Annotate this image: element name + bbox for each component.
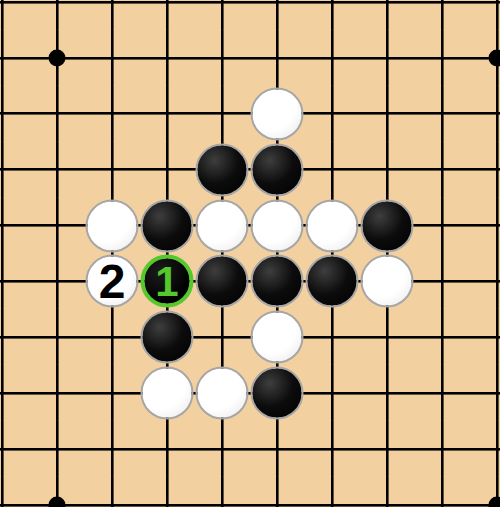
intersection-1-1[interactable]: [30, 30, 85, 86]
intersection-2-1[interactable]: [85, 30, 140, 86]
intersection-7-8[interactable]: [360, 421, 415, 477]
black-stone: [141, 311, 194, 364]
intersection-5-6[interactable]: [250, 309, 305, 365]
intersection-2-8[interactable]: [85, 421, 140, 477]
black-stone: [361, 199, 414, 252]
intersection-1-3[interactable]: [30, 142, 85, 198]
intersection-4-9[interactable]: [195, 477, 250, 507]
intersection-5-9[interactable]: [250, 477, 305, 507]
intersection-2-0[interactable]: [85, 0, 140, 30]
intersection-2-5[interactable]: 2: [85, 253, 140, 309]
intersection-8-2[interactable]: [415, 86, 470, 142]
intersection-4-4[interactable]: [195, 198, 250, 254]
white-stone: [306, 199, 359, 252]
intersection-4-6[interactable]: [195, 309, 250, 365]
white-stone: [251, 311, 304, 364]
intersection-0-8[interactable]: [0, 421, 30, 477]
intersection-9-0[interactable]: [470, 0, 500, 30]
intersection-2-3[interactable]: [85, 142, 140, 198]
intersection-3-0[interactable]: [140, 0, 195, 30]
intersection-0-6[interactable]: [0, 309, 30, 365]
intersection-0-9[interactable]: [0, 477, 30, 507]
intersection-2-9[interactable]: [85, 477, 140, 507]
black-stone: [251, 143, 304, 196]
go-board: 21: [0, 0, 500, 507]
white-stone: [141, 367, 194, 420]
intersection-1-9[interactable]: [30, 477, 85, 507]
intersection-8-6[interactable]: [415, 309, 470, 365]
hoshi-star-point: [49, 496, 66, 507]
black-stone: [196, 255, 249, 308]
intersection-6-0[interactable]: [305, 0, 360, 30]
intersection-4-5[interactable]: [195, 253, 250, 309]
intersection-2-7[interactable]: [85, 365, 140, 421]
intersection-9-6[interactable]: [470, 309, 500, 365]
intersection-3-6[interactable]: [140, 309, 195, 365]
intersection-1-0[interactable]: [30, 0, 85, 30]
intersection-7-1[interactable]: [360, 30, 415, 86]
intersection-1-5[interactable]: [30, 253, 85, 309]
intersection-2-6[interactable]: [85, 309, 140, 365]
intersection-8-4[interactable]: [415, 198, 470, 254]
intersection-2-4[interactable]: [85, 198, 140, 254]
board-grid: 21: [0, 0, 500, 507]
intersection-3-3[interactable]: [140, 142, 195, 198]
intersection-1-8[interactable]: [30, 421, 85, 477]
white-stone: [196, 199, 249, 252]
intersection-0-7[interactable]: [0, 365, 30, 421]
intersection-4-8[interactable]: [195, 421, 250, 477]
intersection-8-3[interactable]: [415, 142, 470, 198]
intersection-0-5[interactable]: [0, 253, 30, 309]
intersection-6-4[interactable]: [305, 198, 360, 254]
intersection-9-8[interactable]: [470, 421, 500, 477]
intersection-6-7[interactable]: [305, 365, 360, 421]
hoshi-star-point: [489, 49, 500, 66]
intersection-3-8[interactable]: [140, 421, 195, 477]
intersection-5-5[interactable]: [250, 253, 305, 309]
intersection-9-2[interactable]: [470, 86, 500, 142]
intersection-2-2[interactable]: [85, 86, 140, 142]
intersection-6-5[interactable]: [305, 253, 360, 309]
intersection-6-9[interactable]: [305, 477, 360, 507]
intersection-8-5[interactable]: [415, 253, 470, 309]
intersection-9-1[interactable]: [470, 30, 500, 86]
intersection-6-2[interactable]: [305, 86, 360, 142]
hoshi-star-point: [489, 496, 500, 507]
white-stone: [361, 255, 414, 308]
intersection-9-4[interactable]: [470, 198, 500, 254]
white-stone: 2: [86, 255, 139, 308]
intersection-6-8[interactable]: [305, 421, 360, 477]
intersection-4-7[interactable]: [195, 365, 250, 421]
intersection-5-8[interactable]: [250, 421, 305, 477]
intersection-3-9[interactable]: [140, 477, 195, 507]
intersection-7-6[interactable]: [360, 309, 415, 365]
intersection-1-4[interactable]: [30, 198, 85, 254]
intersection-0-3[interactable]: [0, 142, 30, 198]
intersection-7-3[interactable]: [360, 142, 415, 198]
intersection-5-2[interactable]: [250, 86, 305, 142]
intersection-8-7[interactable]: [415, 365, 470, 421]
intersection-0-0[interactable]: [0, 0, 30, 30]
intersection-4-1[interactable]: [195, 30, 250, 86]
move-number-label: 2: [99, 257, 126, 305]
intersection-0-1[interactable]: [0, 30, 30, 86]
white-stone: [86, 199, 139, 252]
black-stone: [251, 255, 304, 308]
intersection-3-2[interactable]: [140, 86, 195, 142]
intersection-7-9[interactable]: [360, 477, 415, 507]
intersection-5-7[interactable]: [250, 365, 305, 421]
intersection-0-2[interactable]: [0, 86, 30, 142]
black-stone: 1: [141, 255, 194, 308]
intersection-4-3[interactable]: [195, 142, 250, 198]
intersection-8-0[interactable]: [415, 0, 470, 30]
black-stone: [251, 367, 304, 420]
intersection-9-5[interactable]: [470, 253, 500, 309]
intersection-5-0[interactable]: [250, 0, 305, 30]
intersection-9-3[interactable]: [470, 142, 500, 198]
intersection-6-1[interactable]: [305, 30, 360, 86]
intersection-1-6[interactable]: [30, 309, 85, 365]
intersection-8-1[interactable]: [415, 30, 470, 86]
intersection-5-1[interactable]: [250, 30, 305, 86]
white-stone: [251, 87, 304, 140]
intersection-7-0[interactable]: [360, 0, 415, 30]
white-stone: [251, 199, 304, 252]
move-number-label: 1: [155, 260, 178, 302]
intersection-9-9[interactable]: [470, 477, 500, 507]
intersection-7-5[interactable]: [360, 253, 415, 309]
intersection-9-7[interactable]: [470, 365, 500, 421]
intersection-1-2[interactable]: [30, 86, 85, 142]
hoshi-star-point: [49, 49, 66, 66]
intersection-3-5[interactable]: 1: [140, 253, 195, 309]
intersection-5-4[interactable]: [250, 198, 305, 254]
intersection-0-4[interactable]: [0, 198, 30, 254]
black-stone: [141, 199, 194, 252]
intersection-6-6[interactable]: [305, 309, 360, 365]
white-stone: [196, 367, 249, 420]
intersection-7-2[interactable]: [360, 86, 415, 142]
intersection-3-4[interactable]: [140, 198, 195, 254]
intersection-7-7[interactable]: [360, 365, 415, 421]
intersection-8-8[interactable]: [415, 421, 470, 477]
black-stone: [306, 255, 359, 308]
intersection-6-3[interactable]: [305, 142, 360, 198]
intersection-1-7[interactable]: [30, 365, 85, 421]
intersection-4-0[interactable]: [195, 0, 250, 30]
intersection-4-2[interactable]: [195, 86, 250, 142]
intersection-3-7[interactable]: [140, 365, 195, 421]
intersection-3-1[interactable]: [140, 30, 195, 86]
black-stone: [196, 143, 249, 196]
intersection-7-4[interactable]: [360, 198, 415, 254]
intersection-8-9[interactable]: [415, 477, 470, 507]
intersection-5-3[interactable]: [250, 142, 305, 198]
